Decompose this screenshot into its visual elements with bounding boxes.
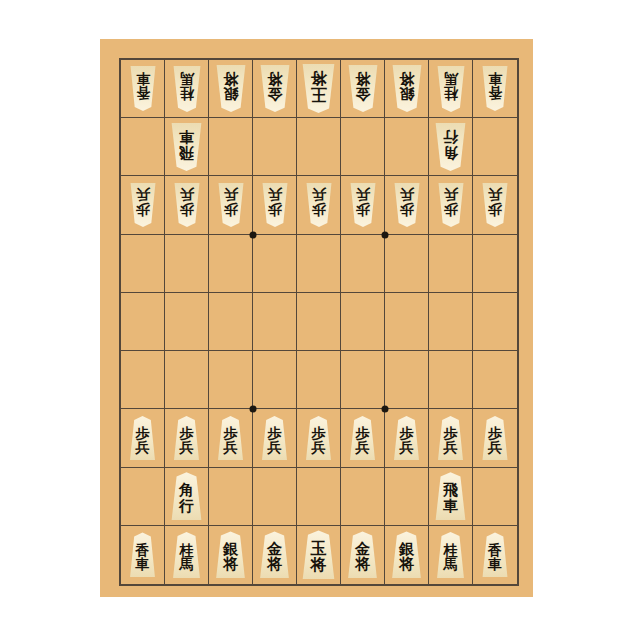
piece-kanji: 兵 (312, 440, 326, 454)
piece-kanji: 兵 (400, 188, 414, 202)
piece-sente-bishop[interactable]: 角行 (171, 472, 202, 520)
cell-r4c1[interactable] (121, 235, 165, 293)
piece-kanji: 歩 (400, 426, 414, 440)
cell-r8c3[interactable] (209, 468, 253, 526)
piece-kanji: 馬 (444, 72, 458, 86)
piece-kanji: 桂 (444, 543, 458, 557)
cell-r9c3[interactable]: 銀将 (209, 526, 253, 584)
piece-kanji: 角 (443, 144, 458, 159)
piece-kanji: 歩 (488, 426, 502, 440)
piece-kanji: 将 (399, 557, 414, 572)
cell-r3c8[interactable]: 歩兵 (429, 176, 473, 234)
piece-kanji: 歩 (180, 203, 194, 217)
cell-r6c9[interactable] (473, 351, 517, 409)
hoshi-dot (381, 231, 388, 238)
cell-r8c4[interactable] (253, 468, 297, 526)
piece-kanji: 兵 (180, 440, 194, 454)
piece-kanji: 兵 (268, 188, 282, 202)
piece-kanji: 将 (355, 557, 370, 572)
cell-r7c1[interactable]: 歩兵 (121, 409, 165, 467)
piece-gote-silver[interactable]: 銀将 (216, 65, 246, 112)
piece-kanji: 香 (136, 86, 150, 100)
cell-r8c5[interactable] (297, 468, 341, 526)
shogi-board: 香車桂馬銀将金将王将金将銀将桂馬香車飛車角行歩兵歩兵歩兵歩兵歩兵歩兵歩兵歩兵歩兵… (100, 39, 533, 597)
piece-kanji: 桂 (180, 543, 194, 557)
piece-gote-pawn[interactable]: 歩兵 (306, 183, 332, 227)
piece-sente-gold[interactable]: 金将 (260, 531, 290, 578)
piece-kanji: 王 (311, 86, 327, 102)
piece-kanji: 桂 (180, 86, 194, 100)
cell-r4c6[interactable] (341, 235, 385, 293)
cell-r3c9[interactable]: 歩兵 (473, 176, 517, 234)
piece-gote-pawn[interactable]: 歩兵 (262, 183, 288, 227)
cell-r6c5[interactable] (297, 351, 341, 409)
piece-kanji: 歩 (136, 203, 150, 217)
piece-kanji: 行 (443, 129, 458, 144)
piece-gote-king[interactable]: 王将 (302, 64, 335, 113)
piece-kanji: 金 (267, 86, 282, 101)
cell-r3c1[interactable]: 歩兵 (121, 176, 165, 234)
cell-r9c2[interactable]: 桂馬 (165, 526, 209, 584)
piece-kanji: 将 (355, 71, 370, 86)
piece-gote-pawn[interactable]: 歩兵 (394, 183, 420, 227)
cell-r8c9[interactable] (473, 468, 517, 526)
cell-r4c8[interactable] (429, 235, 473, 293)
cell-r2c9[interactable] (473, 118, 517, 176)
piece-sente-pawn[interactable]: 歩兵 (174, 416, 200, 460)
piece-kanji: 兵 (488, 188, 502, 202)
piece-sente-rook[interactable]: 飛車 (435, 472, 466, 520)
piece-kanji: 歩 (312, 426, 326, 440)
piece-kanji: 車 (136, 72, 150, 86)
piece-gote-pawn[interactable]: 歩兵 (218, 183, 244, 227)
piece-sente-pawn[interactable]: 歩兵 (262, 416, 288, 460)
cell-r2c8[interactable]: 角行 (429, 118, 473, 176)
piece-kanji: 兵 (312, 188, 326, 202)
cell-r1c5[interactable]: 王将 (297, 60, 341, 118)
piece-kanji: 車 (179, 129, 194, 144)
piece-gote-pawn[interactable]: 歩兵 (174, 183, 200, 227)
cell-r5c5[interactable] (297, 293, 341, 351)
piece-kanji: 将 (267, 71, 282, 86)
piece-sente-knight[interactable]: 桂馬 (437, 532, 465, 578)
cell-r4c9[interactable] (473, 235, 517, 293)
screenshot-canvas: 香車桂馬銀将金将王将金将銀将桂馬香車飛車角行歩兵歩兵歩兵歩兵歩兵歩兵歩兵歩兵歩兵… (0, 0, 640, 640)
cell-r1c7[interactable]: 銀将 (385, 60, 429, 118)
piece-kanji: 兵 (180, 188, 194, 202)
piece-kanji: 歩 (356, 203, 370, 217)
piece-kanji: 銀 (399, 86, 414, 101)
piece-kanji: 歩 (136, 426, 150, 440)
piece-gote-pawn[interactable]: 歩兵 (438, 183, 464, 227)
piece-kanji: 歩 (224, 426, 238, 440)
cell-r5c8[interactable] (429, 293, 473, 351)
piece-kanji: 将 (311, 557, 327, 573)
cell-r4c5[interactable] (297, 235, 341, 293)
cell-r9c9[interactable]: 香車 (473, 526, 517, 584)
piece-gote-pawn[interactable]: 歩兵 (482, 183, 508, 227)
cell-r2c6[interactable] (341, 118, 385, 176)
piece-kanji: 歩 (224, 203, 238, 217)
piece-sente-knight[interactable]: 桂馬 (173, 532, 201, 578)
cell-r6c6[interactable] (341, 351, 385, 409)
cell-r3c4[interactable]: 歩兵 (253, 176, 297, 234)
cell-r5c6[interactable] (341, 293, 385, 351)
piece-sente-silver[interactable]: 銀将 (392, 531, 422, 578)
cell-r2c2[interactable]: 飛車 (165, 118, 209, 176)
cell-r7c3[interactable]: 歩兵 (209, 409, 253, 467)
piece-gote-lance[interactable]: 香車 (130, 66, 156, 111)
cell-r8c6[interactable] (341, 468, 385, 526)
cell-r9c7[interactable]: 銀将 (385, 526, 429, 584)
piece-kanji: 馬 (180, 557, 194, 571)
piece-sente-pawn[interactable]: 歩兵 (306, 416, 332, 460)
piece-kanji: 銀 (223, 86, 238, 101)
piece-sente-pawn[interactable]: 歩兵 (350, 416, 376, 460)
piece-kanji: 桂 (444, 86, 458, 100)
cell-r2c7[interactable] (385, 118, 429, 176)
piece-kanji: 車 (488, 72, 502, 86)
piece-kanji: 香 (488, 543, 502, 557)
piece-kanji: 将 (399, 71, 414, 86)
piece-sente-pawn[interactable]: 歩兵 (482, 416, 508, 460)
piece-kanji: 兵 (268, 440, 282, 454)
cell-r1c8[interactable]: 桂馬 (429, 60, 473, 118)
piece-sente-pawn[interactable]: 歩兵 (394, 416, 420, 460)
cell-r3c6[interactable]: 歩兵 (341, 176, 385, 234)
piece-sente-king[interactable]: 玉将 (302, 530, 335, 579)
cell-r9c5[interactable]: 玉将 (297, 526, 341, 584)
piece-kanji: 金 (355, 86, 370, 101)
cell-r6c3[interactable] (209, 351, 253, 409)
cell-r6c2[interactable] (165, 351, 209, 409)
cell-r1c1[interactable]: 香車 (121, 60, 165, 118)
hoshi-dot (249, 406, 256, 413)
piece-gote-lance[interactable]: 香車 (482, 66, 508, 111)
piece-kanji: 歩 (444, 426, 458, 440)
cell-r1c2[interactable]: 桂馬 (165, 60, 209, 118)
cell-r6c1[interactable] (121, 351, 165, 409)
board-grid: 香車桂馬銀将金将王将金将銀将桂馬香車飛車角行歩兵歩兵歩兵歩兵歩兵歩兵歩兵歩兵歩兵… (119, 58, 519, 586)
piece-kanji: 歩 (268, 203, 282, 217)
piece-sente-lance[interactable]: 香車 (130, 532, 156, 577)
piece-kanji: 車 (443, 499, 458, 514)
cell-r5c4[interactable] (253, 293, 297, 351)
piece-sente-pawn[interactable]: 歩兵 (218, 416, 244, 460)
piece-gote-bishop[interactable]: 角行 (435, 123, 466, 171)
cell-r9c1[interactable]: 香車 (121, 526, 165, 584)
cell-r5c1[interactable] (121, 293, 165, 351)
cell-r3c7[interactable]: 歩兵 (385, 176, 429, 234)
cell-r4c7[interactable] (385, 235, 429, 293)
piece-kanji: 将 (223, 71, 238, 86)
piece-kanji: 歩 (312, 203, 326, 217)
cell-r8c7[interactable] (385, 468, 429, 526)
cell-r2c3[interactable] (209, 118, 253, 176)
cell-r3c3[interactable]: 歩兵 (209, 176, 253, 234)
piece-kanji: 車 (488, 557, 502, 571)
piece-kanji: 兵 (356, 188, 370, 202)
piece-kanji: 将 (311, 70, 327, 86)
cell-r9c8[interactable]: 桂馬 (429, 526, 473, 584)
cell-r8c2[interactable]: 角行 (165, 468, 209, 526)
piece-kanji: 香 (488, 86, 502, 100)
cell-r5c2[interactable] (165, 293, 209, 351)
cell-r3c5[interactable]: 歩兵 (297, 176, 341, 234)
piece-sente-lance[interactable]: 香車 (482, 532, 508, 577)
cell-r8c8[interactable]: 飛車 (429, 468, 473, 526)
cell-r4c2[interactable] (165, 235, 209, 293)
piece-kanji: 歩 (268, 426, 282, 440)
piece-kanji: 馬 (180, 72, 194, 86)
cell-r1c3[interactable]: 銀将 (209, 60, 253, 118)
piece-gote-silver[interactable]: 銀将 (392, 65, 422, 112)
piece-kanji: 兵 (136, 188, 150, 202)
piece-kanji: 車 (136, 557, 150, 571)
cell-r7c5[interactable]: 歩兵 (297, 409, 341, 467)
piece-kanji: 歩 (180, 426, 194, 440)
piece-kanji: 兵 (136, 440, 150, 454)
cell-r2c5[interactable] (297, 118, 341, 176)
cell-r9c6[interactable]: 金将 (341, 526, 385, 584)
cell-r5c9[interactable] (473, 293, 517, 351)
piece-kanji: 飛 (179, 144, 194, 159)
piece-kanji: 行 (179, 499, 194, 514)
cell-r1c4[interactable]: 金将 (253, 60, 297, 118)
piece-kanji: 兵 (400, 440, 414, 454)
piece-kanji: 兵 (488, 440, 502, 454)
cell-r6c7[interactable] (385, 351, 429, 409)
cell-r6c8[interactable] (429, 351, 473, 409)
piece-kanji: 兵 (444, 188, 458, 202)
piece-sente-silver[interactable]: 銀将 (216, 531, 246, 578)
piece-kanji: 歩 (400, 203, 414, 217)
piece-kanji: 香 (136, 543, 150, 557)
piece-gote-knight[interactable]: 桂馬 (173, 66, 201, 112)
piece-kanji: 歩 (356, 426, 370, 440)
piece-sente-pawn[interactable]: 歩兵 (130, 416, 156, 460)
cell-r7c2[interactable]: 歩兵 (165, 409, 209, 467)
piece-gote-gold[interactable]: 金将 (348, 65, 378, 112)
hoshi-dot (249, 231, 256, 238)
cell-r7c4[interactable]: 歩兵 (253, 409, 297, 467)
piece-kanji: 馬 (444, 557, 458, 571)
cell-r7c6[interactable]: 歩兵 (341, 409, 385, 467)
cell-r3c2[interactable]: 歩兵 (165, 176, 209, 234)
hoshi-dot (381, 406, 388, 413)
cell-r4c4[interactable] (253, 235, 297, 293)
piece-kanji: 兵 (356, 440, 370, 454)
cell-r7c8[interactable]: 歩兵 (429, 409, 473, 467)
cell-r2c1[interactable] (121, 118, 165, 176)
piece-sente-pawn[interactable]: 歩兵 (438, 416, 464, 460)
cell-r7c9[interactable]: 歩兵 (473, 409, 517, 467)
cell-r4c3[interactable] (209, 235, 253, 293)
cell-r1c9[interactable]: 香車 (473, 60, 517, 118)
cell-r8c1[interactable] (121, 468, 165, 526)
piece-gote-pawn[interactable]: 歩兵 (130, 183, 156, 227)
piece-kanji: 兵 (224, 188, 238, 202)
cell-r5c3[interactable] (209, 293, 253, 351)
piece-kanji: 歩 (444, 203, 458, 217)
piece-kanji: 将 (223, 557, 238, 572)
piece-gote-knight[interactable]: 桂馬 (437, 66, 465, 112)
piece-kanji: 兵 (224, 440, 238, 454)
piece-gote-gold[interactable]: 金将 (260, 65, 290, 112)
piece-sente-gold[interactable]: 金将 (348, 531, 378, 578)
piece-gote-pawn[interactable]: 歩兵 (350, 183, 376, 227)
piece-gote-rook[interactable]: 飛車 (171, 123, 202, 171)
cell-r5c7[interactable] (385, 293, 429, 351)
cell-r2c4[interactable] (253, 118, 297, 176)
cell-r7c7[interactable]: 歩兵 (385, 409, 429, 467)
piece-kanji: 将 (267, 557, 282, 572)
piece-kanji: 兵 (444, 440, 458, 454)
cell-r9c4[interactable]: 金将 (253, 526, 297, 584)
piece-kanji: 歩 (488, 203, 502, 217)
cell-r6c4[interactable] (253, 351, 297, 409)
cell-r1c6[interactable]: 金将 (341, 60, 385, 118)
